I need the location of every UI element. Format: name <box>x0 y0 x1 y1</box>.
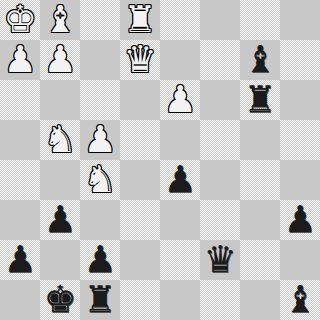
square-h8[interactable] <box>280 0 320 40</box>
square-a6[interactable] <box>0 80 40 120</box>
square-e5[interactable] <box>160 120 200 160</box>
square-h5[interactable] <box>280 120 320 160</box>
square-g3[interactable] <box>240 200 280 240</box>
piece-black-bishop: ♝ <box>280 280 320 320</box>
square-f2[interactable]: ♛ <box>200 240 240 280</box>
piece-white-queen: ♛ <box>120 40 160 80</box>
square-c1[interactable]: ♜ <box>80 280 120 320</box>
square-f6[interactable] <box>200 80 240 120</box>
square-a7[interactable]: ♟ <box>0 40 40 80</box>
piece-black-pawn: ♟ <box>280 200 320 240</box>
square-f5[interactable] <box>200 120 240 160</box>
square-e6[interactable]: ♟ <box>160 80 200 120</box>
square-g6[interactable]: ♜ <box>240 80 280 120</box>
square-e1[interactable] <box>160 280 200 320</box>
piece-black-pawn: ♟ <box>0 240 40 280</box>
square-a2[interactable]: ♟ <box>0 240 40 280</box>
square-h1[interactable]: ♝ <box>280 280 320 320</box>
square-f3[interactable] <box>200 200 240 240</box>
square-d2[interactable] <box>120 240 160 280</box>
square-h2[interactable] <box>280 240 320 280</box>
square-c7[interactable] <box>80 40 120 80</box>
square-g2[interactable] <box>240 240 280 280</box>
square-a3[interactable] <box>0 200 40 240</box>
piece-black-bishop: ♝ <box>240 40 280 80</box>
square-g5[interactable] <box>240 120 280 160</box>
piece-black-king: ♚ <box>40 280 80 320</box>
square-d3[interactable] <box>120 200 160 240</box>
square-b8[interactable]: ♝ <box>40 0 80 40</box>
square-f4[interactable] <box>200 160 240 200</box>
square-c2[interactable]: ♟ <box>80 240 120 280</box>
square-h4[interactable] <box>280 160 320 200</box>
square-d4[interactable] <box>120 160 160 200</box>
square-c8[interactable] <box>80 0 120 40</box>
square-d8[interactable]: ♜ <box>120 0 160 40</box>
square-g4[interactable] <box>240 160 280 200</box>
square-d1[interactable] <box>120 280 160 320</box>
square-d6[interactable] <box>120 80 160 120</box>
square-b3[interactable]: ♟ <box>40 200 80 240</box>
piece-black-rook: ♜ <box>80 280 120 320</box>
square-g7[interactable]: ♝ <box>240 40 280 80</box>
square-b7[interactable]: ♟ <box>40 40 80 80</box>
square-h6[interactable] <box>280 80 320 120</box>
square-f8[interactable] <box>200 0 240 40</box>
square-h3[interactable]: ♟ <box>280 200 320 240</box>
square-d5[interactable] <box>120 120 160 160</box>
chess-board: ♚♝♜♟♟♛♝♟♜♞♟♞♟♟♟♟♟♛♚♜♝ <box>0 0 320 320</box>
square-g8[interactable] <box>240 0 280 40</box>
square-a8[interactable]: ♚ <box>0 0 40 40</box>
square-h7[interactable] <box>280 40 320 80</box>
piece-white-bishop: ♝ <box>40 0 80 40</box>
piece-black-rook: ♜ <box>240 80 280 120</box>
square-b6[interactable] <box>40 80 80 120</box>
square-a1[interactable] <box>0 280 40 320</box>
square-a4[interactable] <box>0 160 40 200</box>
square-c4[interactable]: ♞ <box>80 160 120 200</box>
square-f1[interactable] <box>200 280 240 320</box>
square-f7[interactable] <box>200 40 240 80</box>
square-b4[interactable] <box>40 160 80 200</box>
square-c6[interactable] <box>80 80 120 120</box>
piece-white-knight: ♞ <box>40 120 80 160</box>
square-b1[interactable]: ♚ <box>40 280 80 320</box>
piece-white-pawn: ♟ <box>40 40 80 80</box>
square-c5[interactable]: ♟ <box>80 120 120 160</box>
square-c3[interactable] <box>80 200 120 240</box>
square-e2[interactable] <box>160 240 200 280</box>
piece-black-pawn: ♟ <box>40 200 80 240</box>
piece-black-pawn: ♟ <box>80 240 120 280</box>
square-g1[interactable] <box>240 280 280 320</box>
square-e7[interactable] <box>160 40 200 80</box>
square-b2[interactable] <box>40 240 80 280</box>
square-e3[interactable] <box>160 200 200 240</box>
piece-white-pawn: ♟ <box>0 40 40 80</box>
piece-white-pawn: ♟ <box>80 120 120 160</box>
square-a5[interactable] <box>0 120 40 160</box>
square-d7[interactable]: ♛ <box>120 40 160 80</box>
square-b5[interactable]: ♞ <box>40 120 80 160</box>
square-e4[interactable]: ♟ <box>160 160 200 200</box>
piece-black-pawn: ♟ <box>160 160 200 200</box>
piece-white-rook: ♜ <box>120 0 160 40</box>
piece-white-pawn: ♟ <box>160 80 200 120</box>
square-e8[interactable] <box>160 0 200 40</box>
piece-white-king: ♚ <box>0 0 40 40</box>
piece-black-queen: ♛ <box>200 240 240 280</box>
piece-white-knight: ♞ <box>80 160 120 200</box>
